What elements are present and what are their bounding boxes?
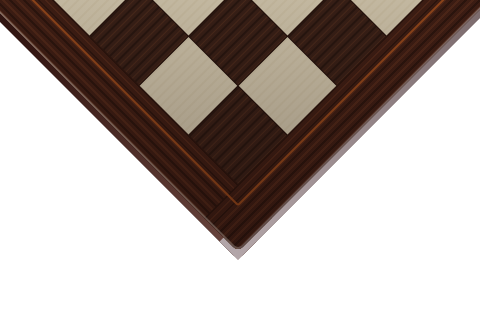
chessboard-photo [0, 0, 480, 320]
chess-board [0, 0, 480, 252]
